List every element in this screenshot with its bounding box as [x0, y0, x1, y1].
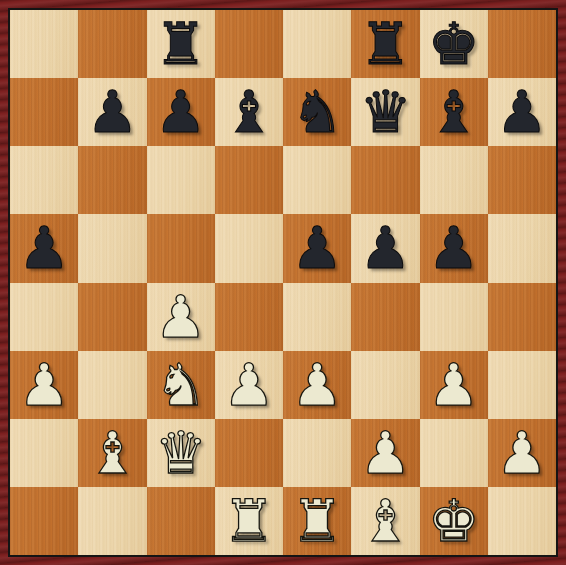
square-g3[interactable]: ♟	[420, 351, 488, 419]
square-h2[interactable]: ♟	[488, 419, 556, 487]
square-d3[interactable]: ♟	[215, 351, 283, 419]
square-b1[interactable]	[78, 487, 146, 555]
piece-black-king[interactable]: ♚	[428, 15, 480, 73]
square-f1[interactable]: ♝	[351, 487, 419, 555]
square-f3[interactable]	[351, 351, 419, 419]
square-g1[interactable]: ♚	[420, 487, 488, 555]
square-g6[interactable]	[420, 146, 488, 214]
square-c5[interactable]	[147, 214, 215, 282]
square-c4[interactable]: ♟	[147, 283, 215, 351]
square-e1[interactable]: ♜	[283, 487, 351, 555]
square-d7[interactable]: ♝	[215, 78, 283, 146]
piece-white-pawn[interactable]: ♟	[359, 424, 411, 482]
square-e4[interactable]	[283, 283, 351, 351]
piece-black-pawn[interactable]: ♟	[428, 219, 480, 277]
square-d1[interactable]: ♜	[215, 487, 283, 555]
square-f2[interactable]: ♟	[351, 419, 419, 487]
square-a8[interactable]	[10, 10, 78, 78]
square-c3[interactable]: ♞	[147, 351, 215, 419]
square-d5[interactable]	[215, 214, 283, 282]
piece-white-bishop[interactable]: ♝	[86, 424, 138, 482]
piece-black-knight[interactable]: ♞	[291, 83, 343, 141]
square-b5[interactable]	[78, 214, 146, 282]
piece-white-queen[interactable]: ♛	[155, 424, 207, 482]
piece-white-pawn[interactable]: ♟	[496, 424, 548, 482]
square-e6[interactable]	[283, 146, 351, 214]
square-b7[interactable]: ♟	[78, 78, 146, 146]
square-h3[interactable]	[488, 351, 556, 419]
piece-black-pawn[interactable]: ♟	[86, 83, 138, 141]
square-g7[interactable]: ♝	[420, 78, 488, 146]
piece-white-pawn[interactable]: ♟	[18, 356, 70, 414]
piece-black-pawn[interactable]: ♟	[359, 219, 411, 277]
piece-white-rook[interactable]: ♜	[291, 492, 343, 550]
square-d4[interactable]	[215, 283, 283, 351]
square-e2[interactable]	[283, 419, 351, 487]
square-a1[interactable]	[10, 487, 78, 555]
piece-white-pawn[interactable]: ♟	[155, 288, 207, 346]
square-e3[interactable]: ♟	[283, 351, 351, 419]
piece-black-bishop[interactable]: ♝	[428, 83, 480, 141]
piece-white-bishop[interactable]: ♝	[359, 492, 411, 550]
square-a2[interactable]	[10, 419, 78, 487]
square-b4[interactable]	[78, 283, 146, 351]
square-e8[interactable]	[283, 10, 351, 78]
square-a6[interactable]	[10, 146, 78, 214]
square-h5[interactable]	[488, 214, 556, 282]
piece-white-pawn[interactable]: ♟	[291, 356, 343, 414]
piece-black-rook[interactable]: ♜	[359, 15, 411, 73]
piece-white-pawn[interactable]: ♟	[223, 356, 275, 414]
piece-black-queen[interactable]: ♛	[359, 83, 411, 141]
square-a3[interactable]: ♟	[10, 351, 78, 419]
square-a4[interactable]	[10, 283, 78, 351]
piece-white-king[interactable]: ♚	[428, 492, 480, 550]
board-frame: ♜♜♚♟♟♝♞♛♝♟♟♟♟♟♟♟♞♟♟♟♝♛♟♟♜♜♝♚	[0, 0, 566, 565]
square-h1[interactable]	[488, 487, 556, 555]
piece-white-rook[interactable]: ♜	[223, 492, 275, 550]
square-h6[interactable]	[488, 146, 556, 214]
square-f7[interactable]: ♛	[351, 78, 419, 146]
board-inner-border: ♜♜♚♟♟♝♞♛♝♟♟♟♟♟♟♟♞♟♟♟♝♛♟♟♜♜♝♚	[8, 8, 558, 557]
square-f5[interactable]: ♟	[351, 214, 419, 282]
square-d2[interactable]	[215, 419, 283, 487]
square-e7[interactable]: ♞	[283, 78, 351, 146]
chess-board: ♜♜♚♟♟♝♞♛♝♟♟♟♟♟♟♟♞♟♟♟♝♛♟♟♜♜♝♚	[10, 10, 556, 555]
square-c1[interactable]	[147, 487, 215, 555]
square-b3[interactable]	[78, 351, 146, 419]
square-h7[interactable]: ♟	[488, 78, 556, 146]
piece-black-bishop[interactable]: ♝	[223, 83, 275, 141]
square-a5[interactable]: ♟	[10, 214, 78, 282]
square-h4[interactable]	[488, 283, 556, 351]
square-g2[interactable]	[420, 419, 488, 487]
square-b6[interactable]	[78, 146, 146, 214]
piece-white-pawn[interactable]: ♟	[428, 356, 480, 414]
square-c6[interactable]	[147, 146, 215, 214]
square-f6[interactable]	[351, 146, 419, 214]
square-e5[interactable]: ♟	[283, 214, 351, 282]
square-b2[interactable]: ♝	[78, 419, 146, 487]
square-a7[interactable]	[10, 78, 78, 146]
piece-black-pawn[interactable]: ♟	[18, 219, 70, 277]
square-g8[interactable]: ♚	[420, 10, 488, 78]
piece-white-knight[interactable]: ♞	[155, 356, 207, 414]
piece-black-pawn[interactable]: ♟	[291, 219, 343, 277]
piece-black-pawn[interactable]: ♟	[496, 83, 548, 141]
square-d8[interactable]	[215, 10, 283, 78]
square-f4[interactable]	[351, 283, 419, 351]
square-b8[interactable]	[78, 10, 146, 78]
square-c2[interactable]: ♛	[147, 419, 215, 487]
square-g5[interactable]: ♟	[420, 214, 488, 282]
piece-black-rook[interactable]: ♜	[155, 15, 207, 73]
square-h8[interactable]	[488, 10, 556, 78]
square-g4[interactable]	[420, 283, 488, 351]
square-f8[interactable]: ♜	[351, 10, 419, 78]
piece-black-pawn[interactable]: ♟	[155, 83, 207, 141]
square-c8[interactable]: ♜	[147, 10, 215, 78]
square-d6[interactable]	[215, 146, 283, 214]
square-c7[interactable]: ♟	[147, 78, 215, 146]
